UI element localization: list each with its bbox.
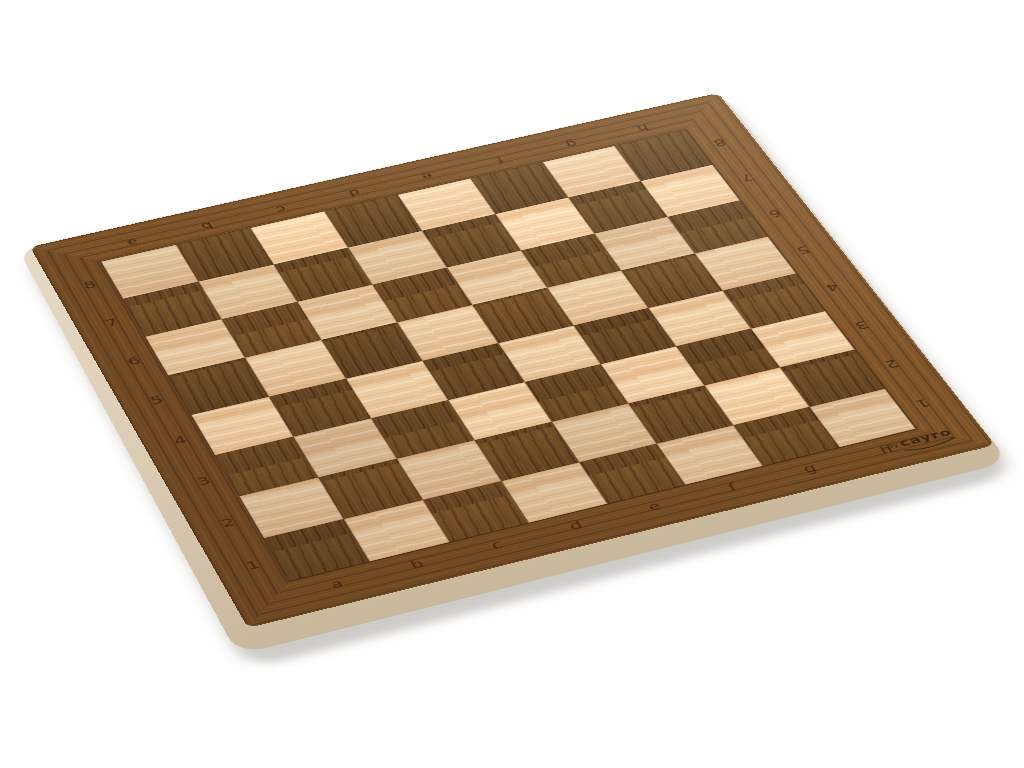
product-photo-scene: aa88bb77cc66dd55ee44ff33gg22hh11 bycayro	[0, 0, 1024, 768]
chess-board: aa88bb77cc66dd55ee44ff33gg22hh11 bycayro	[30, 93, 995, 628]
brand-logo-prefix: by	[885, 442, 900, 450]
